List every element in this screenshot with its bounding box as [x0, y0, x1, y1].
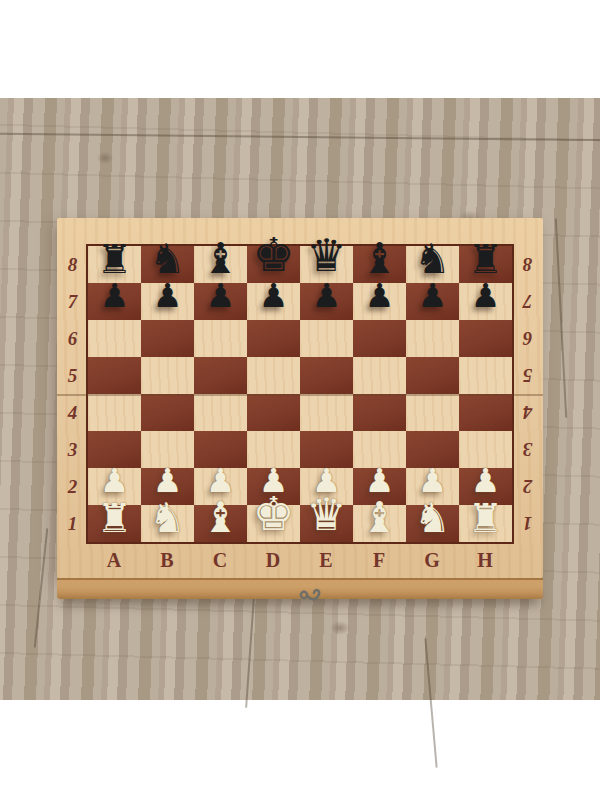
rank-label-1: 1 — [512, 505, 543, 542]
black-knight[interactable]: ♞ — [406, 240, 459, 277]
black-pawn[interactable]: ♟ — [406, 277, 459, 314]
square-d7[interactable]: ♟ — [247, 283, 300, 320]
square-a4[interactable] — [88, 394, 141, 431]
white-pawn[interactable]: ♟ — [459, 462, 512, 499]
square-a7[interactable]: ♟ — [88, 283, 141, 320]
file-label-b: B — [141, 542, 194, 578]
square-e6[interactable] — [300, 320, 353, 357]
square-c4[interactable] — [194, 394, 247, 431]
square-h5[interactable] — [459, 357, 512, 394]
file-label-a: A — [88, 542, 141, 578]
square-b6[interactable] — [141, 320, 194, 357]
wood-grain-crack — [0, 133, 600, 142]
wood-grain-crack — [555, 218, 567, 418]
square-f5[interactable] — [353, 357, 406, 394]
rank-label-1: 1 — [57, 505, 88, 542]
rank-label-2: 2 — [512, 468, 543, 505]
white-rook[interactable]: ♜ — [88, 499, 141, 536]
clasp-hook-icon — [297, 586, 327, 610]
square-g6[interactable] — [406, 320, 459, 357]
rank-label-4: 4 — [512, 394, 543, 431]
white-bishop[interactable]: ♝ — [353, 499, 406, 536]
square-d6[interactable] — [247, 320, 300, 357]
wood-grain-crack — [424, 638, 437, 768]
square-d5[interactable] — [247, 357, 300, 394]
white-knight[interactable]: ♞ — [406, 499, 459, 536]
rank-label-7: 7 — [512, 283, 543, 320]
square-g7[interactable]: ♟ — [406, 283, 459, 320]
square-f4[interactable] — [353, 394, 406, 431]
square-c1[interactable]: ♝ — [194, 505, 247, 542]
rank-label-3: 3 — [512, 431, 543, 468]
square-a6[interactable] — [88, 320, 141, 357]
square-c7[interactable]: ♟ — [194, 283, 247, 320]
square-b7[interactable]: ♟ — [141, 283, 194, 320]
square-b5[interactable] — [141, 357, 194, 394]
file-labels-bottom: ABCDEFGH — [88, 542, 512, 578]
black-pawn[interactable]: ♟ — [353, 277, 406, 314]
black-knight[interactable]: ♞ — [141, 240, 194, 277]
black-pawn[interactable]: ♟ — [194, 277, 247, 314]
file-label-d: D — [247, 542, 300, 578]
board-fold-seam — [57, 394, 543, 396]
square-c5[interactable] — [194, 357, 247, 394]
black-king[interactable]: ♚ — [247, 236, 300, 273]
black-pawn[interactable]: ♟ — [247, 277, 300, 314]
square-h1[interactable]: ♜ — [459, 505, 512, 542]
square-f7[interactable]: ♟ — [353, 283, 406, 320]
file-label-f: F — [353, 542, 406, 578]
black-pawn[interactable]: ♟ — [141, 277, 194, 314]
square-g4[interactable] — [406, 394, 459, 431]
rank-label-5: 5 — [512, 357, 543, 394]
white-rook[interactable]: ♜ — [459, 499, 512, 536]
wood-grain-crack — [34, 528, 49, 648]
white-bishop[interactable]: ♝ — [194, 499, 247, 536]
file-label-c: C — [194, 542, 247, 578]
square-e5[interactable] — [300, 357, 353, 394]
rank-label-3: 3 — [57, 431, 88, 468]
file-label-h: H — [459, 542, 512, 578]
black-rook[interactable]: ♜ — [459, 240, 512, 277]
white-pawn[interactable]: ♟ — [88, 462, 141, 499]
black-pawn[interactable]: ♟ — [300, 277, 353, 314]
square-b1[interactable]: ♞ — [141, 505, 194, 542]
black-queen[interactable]: ♛ — [300, 237, 353, 274]
square-h4[interactable] — [459, 394, 512, 431]
black-pawn[interactable]: ♟ — [88, 277, 141, 314]
file-label-e: E — [300, 542, 353, 578]
square-d1[interactable]: ♚ — [247, 505, 300, 542]
chess-board: 87654321 87654321 ABCDEFGH ♜♞♝♚♛♝♞♜♟♟♟♟♟… — [57, 218, 543, 578]
square-g5[interactable] — [406, 357, 459, 394]
black-bishop[interactable]: ♝ — [194, 240, 247, 277]
black-rook[interactable]: ♜ — [88, 240, 141, 277]
white-king[interactable]: ♚ — [247, 495, 300, 532]
square-h7[interactable]: ♟ — [459, 283, 512, 320]
board-side-edge — [57, 578, 543, 599]
square-c6[interactable] — [194, 320, 247, 357]
rank-label-5: 5 — [57, 357, 88, 394]
square-e1[interactable]: ♛ — [300, 505, 353, 542]
rank-label-2: 2 — [57, 468, 88, 505]
rank-label-6: 6 — [512, 320, 543, 357]
square-f6[interactable] — [353, 320, 406, 357]
white-queen[interactable]: ♛ — [300, 496, 353, 533]
rank-label-8: 8 — [57, 246, 88, 283]
white-knight[interactable]: ♞ — [141, 499, 194, 536]
product-photo: 87654321 87654321 ABCDEFGH ♜♞♝♚♛♝♞♜♟♟♟♟♟… — [0, 0, 600, 800]
rank-label-8: 8 — [512, 246, 543, 283]
square-e7[interactable]: ♟ — [300, 283, 353, 320]
rank-label-7: 7 — [57, 283, 88, 320]
square-h6[interactable] — [459, 320, 512, 357]
square-b4[interactable] — [141, 394, 194, 431]
square-a1[interactable]: ♜ — [88, 505, 141, 542]
black-bishop[interactable]: ♝ — [353, 240, 406, 277]
black-pawn[interactable]: ♟ — [459, 277, 512, 314]
square-e4[interactable] — [300, 394, 353, 431]
square-f1[interactable]: ♝ — [353, 505, 406, 542]
file-label-g: G — [406, 542, 459, 578]
rank-label-4: 4 — [57, 394, 88, 431]
rank-label-6: 6 — [57, 320, 88, 357]
square-g1[interactable]: ♞ — [406, 505, 459, 542]
square-d4[interactable] — [247, 394, 300, 431]
square-a5[interactable] — [88, 357, 141, 394]
